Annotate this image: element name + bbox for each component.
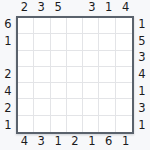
grid-cell-r3c7[interactable] [116, 51, 132, 67]
grid-cell-r2c7[interactable] [116, 34, 132, 50]
clue-left-1: 6 [0, 16, 16, 33]
grid-cell-r4c1[interactable] [18, 67, 34, 83]
grid-cell-r5c4[interactable] [67, 83, 83, 99]
grid-cell-r2c4[interactable] [67, 34, 83, 50]
clues-right: 1534131 [134, 16, 150, 134]
clues-top: 235314 [16, 0, 134, 16]
grid-cell-r4c3[interactable] [51, 67, 67, 83]
grid-cell-r6c5[interactable] [83, 99, 99, 115]
clue-right-4: 4 [134, 67, 150, 84]
clues-left: 612421 [0, 16, 16, 134]
grid-cell-r6c1[interactable] [18, 99, 34, 115]
grid-cell-r3c2[interactable] [34, 51, 50, 67]
clue-bottom-5: 1 [83, 134, 100, 150]
clue-bottom-6: 6 [100, 134, 117, 150]
grid-cell-r7c2[interactable] [34, 116, 50, 132]
grid-cell-r2c3[interactable] [51, 34, 67, 50]
grid-cell-r6c4[interactable] [67, 99, 83, 115]
grid-cell-r1c2[interactable] [34, 18, 50, 34]
grid-cell-r3c3[interactable] [51, 51, 67, 67]
skyscrapers-puzzle: 235314 612421 1534131 4312161 [0, 0, 150, 150]
grid-cell-r3c1[interactable] [18, 51, 34, 67]
clue-left-2: 1 [0, 33, 16, 50]
clue-left-6: 2 [0, 100, 16, 117]
grid-cell-r4c5[interactable] [83, 67, 99, 83]
grid-cell-r2c5[interactable] [83, 34, 99, 50]
grid-cell-r6c2[interactable] [34, 99, 50, 115]
clue-right-1: 1 [134, 16, 150, 33]
grid-cell-r1c6[interactable] [99, 18, 115, 34]
grid-cell-r7c3[interactable] [51, 116, 67, 132]
clue-top-7: 4 [117, 0, 134, 16]
grid-cell-r5c3[interactable] [51, 83, 67, 99]
grid-cell-r4c7[interactable] [116, 67, 132, 83]
grid-cell-r4c6[interactable] [99, 67, 115, 83]
clue-bottom-7: 1 [117, 134, 134, 150]
clue-bottom-2: 3 [33, 134, 50, 150]
grid-cell-r5c2[interactable] [34, 83, 50, 99]
grid-cell-r1c3[interactable] [51, 18, 67, 34]
grid-cell-r3c6[interactable] [99, 51, 115, 67]
grid-cell-r6c3[interactable] [51, 99, 67, 115]
skyscrapers-board [16, 16, 134, 134]
clue-left-3 [0, 50, 16, 67]
grid-cell-r2c1[interactable] [18, 34, 34, 50]
clue-left-4: 2 [0, 67, 16, 84]
clue-top-2: 3 [33, 0, 50, 16]
clue-right-6: 3 [134, 100, 150, 117]
grid-cell-r3c4[interactable] [67, 51, 83, 67]
clue-right-7: 1 [134, 117, 150, 134]
grid-cell-r2c2[interactable] [34, 34, 50, 50]
grid-cell-r1c7[interactable] [116, 18, 132, 34]
grid-cell-r7c5[interactable] [83, 116, 99, 132]
clue-right-5: 1 [134, 83, 150, 100]
clue-left-5: 4 [0, 83, 16, 100]
grid-cell-r5c1[interactable] [18, 83, 34, 99]
grid-cell-r7c6[interactable] [99, 116, 115, 132]
grid-cell-r6c6[interactable] [99, 99, 115, 115]
grid-cell-r3c5[interactable] [83, 51, 99, 67]
grid-cell-r4c4[interactable] [67, 67, 83, 83]
clues-bottom: 4312161 [16, 134, 134, 150]
grid-cell-r5c6[interactable] [99, 83, 115, 99]
clue-left-7: 1 [0, 117, 16, 134]
clue-bottom-1: 4 [16, 134, 33, 150]
clue-top-3: 5 [50, 0, 67, 16]
grid-cell-r7c1[interactable] [18, 116, 34, 132]
grid-cell-r6c7[interactable] [116, 99, 132, 115]
clue-top-5: 3 [83, 0, 100, 16]
grid-cell-r5c7[interactable] [116, 83, 132, 99]
clue-top-1: 2 [16, 0, 33, 16]
clue-right-3: 3 [134, 50, 150, 67]
grid-cell-r4c2[interactable] [34, 67, 50, 83]
clue-right-2: 5 [134, 33, 150, 50]
grid-cell-r2c6[interactable] [99, 34, 115, 50]
grid-cell-r5c5[interactable] [83, 83, 99, 99]
clue-top-6: 1 [100, 0, 117, 16]
grid-cell-r1c1[interactable] [18, 18, 34, 34]
grid-cell-r1c4[interactable] [67, 18, 83, 34]
grid-cell-r1c5[interactable] [83, 18, 99, 34]
clue-top-4 [67, 0, 84, 16]
grid-cell-r7c7[interactable] [116, 116, 132, 132]
clue-bottom-3: 1 [50, 134, 67, 150]
grid-cell-r7c4[interactable] [67, 116, 83, 132]
clue-bottom-4: 2 [67, 134, 84, 150]
